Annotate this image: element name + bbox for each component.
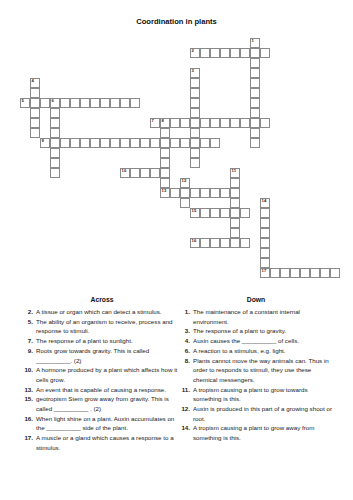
grid-void xyxy=(320,98,330,108)
grid-cell[interactable] xyxy=(80,98,90,108)
grid-void xyxy=(200,218,210,228)
grid-void xyxy=(70,188,80,198)
grid-void xyxy=(50,178,60,188)
clue-item-text: The ability of an organism to receive, p… xyxy=(36,317,184,336)
grid-void xyxy=(20,128,30,138)
grid-cell[interactable] xyxy=(30,128,40,138)
clue-item-number: 14. xyxy=(177,423,193,442)
grid-cell[interactable] xyxy=(230,178,240,188)
grid-void xyxy=(240,38,250,48)
grid-cell[interactable] xyxy=(50,138,60,148)
grid-cell[interactable] xyxy=(130,138,140,148)
grid-void xyxy=(70,148,80,158)
grid-cell[interactable] xyxy=(260,218,270,228)
grid-void xyxy=(40,108,50,118)
grid-cell[interactable] xyxy=(70,98,80,108)
grid-cell[interactable] xyxy=(180,118,190,128)
grid-void xyxy=(270,108,280,118)
grid-void xyxy=(270,58,280,68)
grid-void xyxy=(120,38,130,48)
grid-void xyxy=(100,58,110,68)
grid-cell[interactable]: 5 xyxy=(20,98,30,108)
grid-void xyxy=(120,78,130,88)
grid-cell[interactable] xyxy=(260,48,270,58)
grid-cell[interactable] xyxy=(180,198,190,208)
grid-cell[interactable] xyxy=(200,118,210,128)
grid-void xyxy=(60,208,70,218)
grid-cell[interactable] xyxy=(190,158,200,168)
grid-cell[interactable] xyxy=(250,88,260,98)
grid-void xyxy=(120,58,130,68)
grid-cell[interactable] xyxy=(140,138,150,148)
grid-void xyxy=(310,148,320,158)
grid-void xyxy=(20,78,30,88)
clue-item-number: 6. xyxy=(177,346,193,356)
grid-void xyxy=(170,168,180,178)
grid-cell[interactable] xyxy=(270,268,280,278)
grid-cell[interactable] xyxy=(60,138,70,148)
grid-void xyxy=(270,168,280,178)
grid-void xyxy=(60,118,70,128)
grid-void xyxy=(70,168,80,178)
grid-void xyxy=(220,58,230,68)
grid-cell[interactable] xyxy=(240,238,250,248)
grid-cell[interactable] xyxy=(160,178,170,188)
grid-cell[interactable] xyxy=(70,138,80,148)
grid-cell[interactable] xyxy=(330,268,340,278)
grid-cell[interactable] xyxy=(230,188,240,198)
grid-void xyxy=(120,128,130,138)
grid-void xyxy=(320,68,330,78)
grid-cell[interactable] xyxy=(230,228,240,238)
grid-void xyxy=(280,138,290,148)
grid-cell[interactable] xyxy=(220,238,230,248)
grid-void xyxy=(200,258,210,268)
grid-cell[interactable] xyxy=(200,188,210,198)
grid-cell[interactable] xyxy=(250,78,260,88)
grid-void xyxy=(80,148,90,158)
grid-cell[interactable]: 14 xyxy=(260,198,270,208)
grid-cell[interactable] xyxy=(230,208,240,218)
grid-cell[interactable] xyxy=(50,118,60,128)
clue-item-number: 3. xyxy=(177,326,193,336)
grid-void xyxy=(190,58,200,68)
grid-cell[interactable]: 8 xyxy=(160,118,170,128)
grid-void xyxy=(180,158,190,168)
grid-cell[interactable] xyxy=(250,48,260,58)
grid-void xyxy=(70,58,80,68)
grid-void xyxy=(140,228,150,238)
grid-void xyxy=(140,208,150,218)
grid-void xyxy=(110,268,120,278)
grid-void xyxy=(240,198,250,208)
clue-item: 7.The response of a plant to sunlight. xyxy=(20,336,184,346)
clue-item-text: A reaction to a stimulus, e.g. light. xyxy=(193,346,335,356)
grid-cell[interactable] xyxy=(160,138,170,148)
grid-void xyxy=(80,48,90,58)
grid-void xyxy=(220,228,230,238)
grid-cell[interactable]: 10 xyxy=(120,168,130,178)
grid-cell[interactable] xyxy=(190,98,200,108)
grid-cell[interactable] xyxy=(190,78,200,88)
grid-cell[interactable] xyxy=(130,98,140,108)
grid-cell[interactable] xyxy=(60,98,70,108)
grid-void xyxy=(310,168,320,178)
grid-void xyxy=(270,178,280,188)
grid-void xyxy=(290,248,300,258)
grid-void xyxy=(150,148,160,158)
grid-void xyxy=(300,228,310,238)
grid-cell[interactable]: 16 xyxy=(190,238,200,248)
clue-number: 10 xyxy=(122,169,127,174)
grid-cell[interactable] xyxy=(130,168,140,178)
grid-cell[interactable] xyxy=(200,238,210,248)
grid-cell[interactable] xyxy=(310,268,320,278)
grid-void xyxy=(330,248,340,258)
grid-void xyxy=(40,238,50,248)
grid-void xyxy=(300,48,310,58)
grid-cell[interactable] xyxy=(220,48,230,58)
grid-cell[interactable] xyxy=(250,128,260,138)
grid-void xyxy=(60,248,70,258)
grid-void xyxy=(100,148,110,158)
grid-cell[interactable] xyxy=(100,98,110,108)
grid-cell[interactable] xyxy=(180,188,190,198)
grid-cell[interactable] xyxy=(250,118,260,128)
grid-void xyxy=(120,238,130,248)
clue-item-number: 2. xyxy=(20,307,36,317)
grid-void xyxy=(40,218,50,228)
grid-cell[interactable] xyxy=(210,118,220,128)
grid-void xyxy=(230,158,240,168)
grid-void xyxy=(210,268,220,278)
grid-void xyxy=(70,178,80,188)
grid-void xyxy=(320,148,330,158)
grid-cell[interactable] xyxy=(40,98,50,108)
grid-void xyxy=(180,238,190,248)
grid-cell[interactable] xyxy=(260,248,270,258)
grid-cell[interactable] xyxy=(250,58,260,68)
grid-void xyxy=(40,248,50,258)
grid-void xyxy=(220,178,230,188)
grid-cell[interactable] xyxy=(260,228,270,238)
grid-void xyxy=(300,38,310,48)
grid-cell[interactable] xyxy=(50,158,60,168)
grid-cell[interactable] xyxy=(250,108,260,118)
grid-cell[interactable] xyxy=(190,88,200,98)
grid-void xyxy=(260,98,270,108)
grid-cell[interactable] xyxy=(50,168,60,178)
grid-void xyxy=(330,238,340,248)
grid-cell[interactable] xyxy=(160,158,170,168)
grid-void xyxy=(130,158,140,168)
clue-item-number: 1. xyxy=(177,307,193,326)
grid-cell[interactable]: 11 xyxy=(230,168,240,178)
grid-cell[interactable]: 1 xyxy=(250,38,260,48)
grid-cell[interactable] xyxy=(190,138,200,148)
grid-void xyxy=(50,78,60,88)
grid-void xyxy=(300,68,310,78)
grid-cell[interactable] xyxy=(170,138,180,148)
grid-void xyxy=(170,68,180,78)
grid-cell[interactable] xyxy=(30,118,40,128)
grid-cell[interactable] xyxy=(160,128,170,138)
grid-cell[interactable] xyxy=(280,268,290,278)
grid-void xyxy=(190,218,200,228)
grid-void xyxy=(60,228,70,238)
grid-cell[interactable] xyxy=(210,138,220,148)
grid-cell[interactable] xyxy=(90,138,100,148)
grid-void xyxy=(270,238,280,248)
grid-void xyxy=(260,58,270,68)
grid-void xyxy=(50,228,60,238)
grid-void xyxy=(120,248,130,258)
grid-cell[interactable] xyxy=(230,198,240,208)
grid-cell[interactable] xyxy=(240,118,250,128)
grid-cell[interactable] xyxy=(190,128,200,138)
grid-void xyxy=(300,98,310,108)
grid-void xyxy=(20,228,30,238)
clue-item: 2.A tissue or organ which can detect a s… xyxy=(20,307,184,317)
grid-cell[interactable] xyxy=(240,48,250,58)
grid-cell[interactable] xyxy=(190,188,200,198)
grid-cell[interactable] xyxy=(160,168,170,178)
grid-cell[interactable] xyxy=(80,138,90,148)
grid-void xyxy=(300,88,310,98)
clue-item-text: A tropism causing a plant to grow away f… xyxy=(193,423,335,442)
grid-void xyxy=(320,168,330,178)
grid-void xyxy=(310,38,320,48)
grid-void xyxy=(230,108,240,118)
grid-void xyxy=(120,268,130,278)
grid-void xyxy=(260,78,270,88)
grid-void xyxy=(160,108,170,118)
grid-void xyxy=(150,98,160,108)
grid-void xyxy=(270,128,280,138)
grid-void xyxy=(90,238,100,248)
grid-cell[interactable] xyxy=(230,48,240,58)
grid-void xyxy=(250,268,260,278)
grid-cell[interactable] xyxy=(170,188,180,198)
grid-cell[interactable] xyxy=(190,148,200,158)
grid-cell[interactable] xyxy=(220,208,230,218)
grid-void xyxy=(200,158,210,168)
grid-void xyxy=(210,218,220,228)
grid-void xyxy=(290,168,300,178)
grid-cell[interactable]: 4 xyxy=(30,78,40,88)
grid-void xyxy=(180,108,190,118)
grid-cell[interactable] xyxy=(250,98,260,108)
grid-cell[interactable] xyxy=(160,148,170,158)
grid-cell[interactable] xyxy=(150,138,160,148)
grid-void xyxy=(210,248,220,258)
grid-void xyxy=(150,58,160,68)
grid-void xyxy=(30,258,40,268)
grid-void xyxy=(160,258,170,268)
grid-void xyxy=(90,218,100,228)
grid-cell[interactable]: 12 xyxy=(180,178,190,188)
grid-void xyxy=(160,198,170,208)
grid-void xyxy=(300,128,310,138)
grid-void xyxy=(100,128,110,138)
grid-cell[interactable] xyxy=(290,268,300,278)
grid-void xyxy=(310,218,320,228)
grid-cell[interactable]: 6 xyxy=(50,98,60,108)
grid-void xyxy=(310,208,320,218)
grid-void xyxy=(80,198,90,208)
grid-void xyxy=(50,58,60,68)
grid-void xyxy=(140,218,150,228)
grid-void xyxy=(130,238,140,248)
grid-cell[interactable] xyxy=(210,238,220,248)
grid-cell[interactable]: 3 xyxy=(190,68,200,78)
grid-cell[interactable] xyxy=(220,118,230,128)
grid-void xyxy=(60,168,70,178)
grid-void xyxy=(290,198,300,208)
grid-void xyxy=(80,118,90,128)
grid-void xyxy=(20,268,30,278)
grid-void xyxy=(120,198,130,208)
grid-void xyxy=(30,58,40,68)
grid-void xyxy=(120,68,130,78)
grid-void xyxy=(280,98,290,108)
grid-void xyxy=(320,238,330,248)
grid-void xyxy=(310,258,320,268)
grid-cell[interactable] xyxy=(210,188,220,198)
grid-void xyxy=(280,118,290,128)
grid-cell[interactable] xyxy=(50,108,60,118)
grid-cell[interactable] xyxy=(120,138,130,148)
clue-item-number: 16. xyxy=(20,414,36,433)
grid-void xyxy=(140,238,150,248)
grid-void xyxy=(280,58,290,68)
grid-cell[interactable]: 2 xyxy=(190,48,200,58)
grid-cell[interactable] xyxy=(30,98,40,108)
grid-cell[interactable] xyxy=(300,268,310,278)
grid-cell[interactable] xyxy=(200,138,210,148)
grid-cell[interactable] xyxy=(170,118,180,128)
grid-cell[interactable] xyxy=(320,268,330,278)
grid-cell[interactable] xyxy=(30,108,40,118)
grid-void xyxy=(140,88,150,98)
grid-void xyxy=(30,168,40,178)
grid-void xyxy=(100,258,110,268)
grid-void xyxy=(130,68,140,78)
grid-cell[interactable] xyxy=(260,238,270,248)
grid-void xyxy=(160,218,170,228)
clue-item-number: 17. xyxy=(20,433,36,452)
grid-void xyxy=(200,168,210,178)
grid-cell[interactable] xyxy=(110,98,120,108)
grid-cell[interactable] xyxy=(120,98,130,108)
grid-void xyxy=(330,198,340,208)
grid-cell[interactable] xyxy=(50,128,60,138)
grid-void xyxy=(80,238,90,248)
grid-cell[interactable] xyxy=(90,98,100,108)
grid-void xyxy=(280,198,290,208)
grid-void xyxy=(70,248,80,258)
clue-item: 12.Auxin is produced in this part of a g… xyxy=(177,404,335,423)
grid-cell[interactable] xyxy=(200,48,210,58)
grid-void xyxy=(20,238,30,248)
grid-void xyxy=(100,118,110,128)
grid-void xyxy=(200,268,210,278)
clue-item-text: Roots grow towards gravity. This is call… xyxy=(36,346,184,365)
grid-cell[interactable] xyxy=(250,68,260,78)
grid-void xyxy=(220,198,230,208)
grid-cell[interactable] xyxy=(240,208,250,218)
grid-void xyxy=(280,178,290,188)
grid-void xyxy=(90,88,100,98)
clue-item-text: An event that is capable of causing a re… xyxy=(36,385,184,395)
grid-cell[interactable]: 17 xyxy=(260,268,270,278)
grid-void xyxy=(50,248,60,258)
grid-cell[interactable] xyxy=(110,138,120,148)
grid-cell[interactable]: 13 xyxy=(160,188,170,198)
grid-void xyxy=(290,178,300,188)
grid-cell[interactable] xyxy=(190,108,200,118)
grid-cell[interactable] xyxy=(140,168,150,178)
grid-void xyxy=(220,128,230,138)
grid-cell[interactable] xyxy=(230,218,240,228)
grid-cell[interactable] xyxy=(200,208,210,218)
grid-cell[interactable] xyxy=(100,138,110,148)
grid-cell[interactable] xyxy=(230,118,240,128)
grid-void xyxy=(80,208,90,218)
grid-cell[interactable] xyxy=(180,138,190,148)
grid-cell[interactable] xyxy=(210,48,220,58)
grid-void xyxy=(90,38,100,48)
grid-void xyxy=(270,258,280,268)
grid-void xyxy=(280,108,290,118)
grid-void xyxy=(320,138,330,148)
grid-void xyxy=(310,228,320,238)
grid-void xyxy=(190,38,200,48)
grid-void xyxy=(100,198,110,208)
grid-cell[interactable]: 15 xyxy=(190,208,200,218)
grid-cell[interactable] xyxy=(50,148,60,158)
grid-void xyxy=(230,38,240,48)
grid-cell[interactable]: 7 xyxy=(150,118,160,128)
grid-void xyxy=(80,78,90,88)
grid-cell[interactable] xyxy=(230,238,240,248)
grid-void xyxy=(150,68,160,78)
grid-cell[interactable] xyxy=(260,208,270,218)
grid-cell[interactable] xyxy=(250,138,260,148)
grid-void xyxy=(180,68,190,78)
grid-void xyxy=(260,128,270,138)
grid-void xyxy=(210,78,220,88)
grid-cell[interactable] xyxy=(190,118,200,128)
grid-void xyxy=(290,228,300,238)
grid-cell[interactable] xyxy=(260,118,270,128)
grid-cell[interactable] xyxy=(260,258,270,268)
clue-number: 7 xyxy=(152,119,154,124)
grid-void xyxy=(270,98,280,108)
grid-void xyxy=(180,38,190,48)
grid-void xyxy=(320,178,330,188)
grid-void xyxy=(120,48,130,58)
grid-cell[interactable] xyxy=(210,208,220,218)
grid-void xyxy=(150,128,160,138)
grid-void xyxy=(270,198,280,208)
grid-cell[interactable] xyxy=(150,168,160,178)
grid-void xyxy=(80,268,90,278)
grid-cell[interactable] xyxy=(220,188,230,198)
grid-void xyxy=(150,258,160,268)
grid-cell[interactable] xyxy=(30,88,40,98)
grid-cell[interactable]: 9 xyxy=(40,138,50,148)
